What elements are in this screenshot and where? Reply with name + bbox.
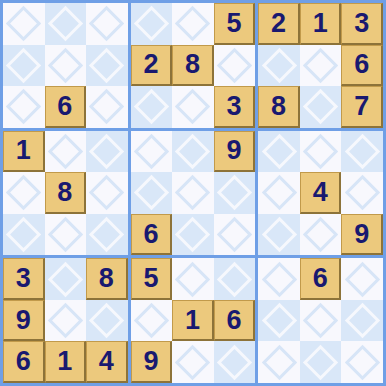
- diamond-decoration: [303, 89, 338, 124]
- cell-r6c3[interactable]: [86, 214, 128, 256]
- cell-r4c9[interactable]: [341, 131, 383, 173]
- given-digit: 8: [99, 265, 114, 292]
- cell-r4c4[interactable]: [131, 131, 173, 173]
- cell-r3c5[interactable]: [172, 86, 214, 128]
- cell-r8c4[interactable]: [131, 300, 173, 342]
- cell-r8c9[interactable]: [341, 300, 383, 342]
- cell-r4c1: 1: [3, 131, 45, 173]
- cell-r7c6[interactable]: [214, 258, 256, 300]
- given-digit: 4: [313, 179, 328, 206]
- diamond-decoration: [89, 134, 124, 169]
- cell-r2c5: 8: [172, 45, 214, 87]
- given-digit: 5: [143, 265, 158, 292]
- cell-r8c2[interactable]: [45, 300, 87, 342]
- given-digit: 1: [313, 10, 328, 37]
- given-digit: 6: [313, 265, 328, 292]
- box-r3c1: 389614: [3, 258, 128, 383]
- cell-r8c1: 9: [3, 300, 45, 342]
- diamond-decoration: [89, 48, 124, 83]
- given-digit: 9: [354, 221, 369, 248]
- diamond-decoration: [134, 303, 169, 338]
- box-r2c3: 49: [258, 131, 383, 256]
- cell-r2c7[interactable]: [258, 45, 300, 87]
- diamond-decoration: [303, 217, 338, 252]
- diamond-decoration: [345, 261, 380, 296]
- cell-r7c5[interactable]: [172, 258, 214, 300]
- cell-r5c3[interactable]: [86, 172, 128, 214]
- diamond-decoration: [175, 261, 210, 296]
- diamond-decoration: [261, 175, 296, 210]
- cell-r5c5[interactable]: [172, 172, 214, 214]
- cell-r3c9: 7: [341, 86, 383, 128]
- diamond-decoration: [261, 48, 296, 83]
- cell-r6c6[interactable]: [214, 214, 256, 256]
- cell-r7c4: 5: [131, 258, 173, 300]
- diamond-decoration: [6, 175, 41, 210]
- diamond-decoration: [345, 175, 380, 210]
- cell-r8c3[interactable]: [86, 300, 128, 342]
- cell-r4c7[interactable]: [258, 131, 300, 173]
- cell-r2c6[interactable]: [214, 45, 256, 87]
- box-r3c3: 6: [258, 258, 383, 383]
- diamond-decoration: [217, 48, 252, 83]
- cell-r5c6[interactable]: [214, 172, 256, 214]
- cell-r2c3[interactable]: [86, 45, 128, 87]
- cell-r5c1[interactable]: [3, 172, 45, 214]
- given-digit: 6: [143, 221, 158, 248]
- box-r2c1: 18: [3, 131, 128, 256]
- diamond-decoration: [6, 6, 41, 41]
- diamond-decoration: [261, 217, 296, 252]
- diamond-decoration: [175, 89, 210, 124]
- cell-r7c7[interactable]: [258, 258, 300, 300]
- cell-r4c8[interactable]: [300, 131, 342, 173]
- diamond-decoration: [89, 303, 124, 338]
- diamond-decoration: [48, 261, 83, 296]
- cell-r4c3[interactable]: [86, 131, 128, 173]
- cell-r1c7: 2: [258, 3, 300, 45]
- diamond-decoration: [217, 217, 252, 252]
- cell-r9c7[interactable]: [258, 341, 300, 383]
- cell-r2c8[interactable]: [300, 45, 342, 87]
- diamond-decoration: [261, 134, 296, 169]
- cell-r4c2[interactable]: [45, 131, 87, 173]
- box-r1c3: 213687: [258, 3, 383, 128]
- cell-r6c8[interactable]: [300, 214, 342, 256]
- given-digit: 9: [16, 307, 31, 334]
- given-digit: 6: [227, 307, 242, 334]
- given-digit: 7: [354, 93, 369, 120]
- given-digit: 3: [354, 10, 369, 37]
- given-digit: 8: [271, 93, 286, 120]
- diamond-decoration: [6, 48, 41, 83]
- given-digit: 8: [57, 179, 72, 206]
- cell-r9c4: 9: [131, 341, 173, 383]
- cell-r9c8[interactable]: [300, 341, 342, 383]
- given-digit: 1: [57, 348, 72, 375]
- cell-r6c1[interactable]: [3, 214, 45, 256]
- cell-r7c3: 8: [86, 258, 128, 300]
- diamond-decoration: [48, 217, 83, 252]
- diamond-decoration: [134, 134, 169, 169]
- diamond-decoration: [134, 175, 169, 210]
- cell-r9c5[interactable]: [172, 341, 214, 383]
- cell-r5c4[interactable]: [131, 172, 173, 214]
- cell-r7c2[interactable]: [45, 258, 87, 300]
- cell-r2c1[interactable]: [3, 45, 45, 87]
- cell-r9c2: 1: [45, 341, 87, 383]
- cell-r4c5[interactable]: [172, 131, 214, 173]
- cell-r8c5: 1: [172, 300, 214, 342]
- diamond-decoration: [345, 345, 380, 380]
- diamond-decoration: [175, 6, 210, 41]
- diamond-decoration: [175, 345, 210, 380]
- cell-r6c9: 9: [341, 214, 383, 256]
- box-r1c1: 6: [3, 3, 128, 128]
- given-digit: 2: [143, 51, 158, 78]
- diamond-decoration: [6, 89, 41, 124]
- diamond-decoration: [303, 48, 338, 83]
- cell-r7c9[interactable]: [341, 258, 383, 300]
- cell-r9c3: 4: [86, 341, 128, 383]
- diamond-decoration: [48, 6, 83, 41]
- cell-r1c5[interactable]: [172, 3, 214, 45]
- diamond-decoration: [134, 89, 169, 124]
- cell-r1c3[interactable]: [86, 3, 128, 45]
- cell-r3c2: 6: [45, 86, 87, 128]
- diamond-decoration: [303, 134, 338, 169]
- diamond-decoration: [89, 217, 124, 252]
- cell-r2c2[interactable]: [45, 45, 87, 87]
- cell-r1c4[interactable]: [131, 3, 173, 45]
- diamond-decoration: [217, 345, 252, 380]
- cell-r3c4[interactable]: [131, 86, 173, 128]
- given-digit: 6: [16, 348, 31, 375]
- cell-r4c6: 9: [214, 131, 256, 173]
- given-digit: 2: [271, 10, 286, 37]
- cell-r1c9: 3: [341, 3, 383, 45]
- cell-r1c1[interactable]: [3, 3, 45, 45]
- given-digit: 9: [143, 348, 158, 375]
- cell-r3c8[interactable]: [300, 86, 342, 128]
- given-digit: 3: [16, 265, 31, 292]
- cell-r5c8: 4: [300, 172, 342, 214]
- diamond-decoration: [217, 261, 252, 296]
- cell-r3c1[interactable]: [3, 86, 45, 128]
- diamond-decoration: [303, 303, 338, 338]
- diamond-decoration: [48, 134, 83, 169]
- diamond-decoration: [134, 6, 169, 41]
- cell-r5c2: 8: [45, 172, 87, 214]
- diamond-decoration: [175, 217, 210, 252]
- cell-r6c5[interactable]: [172, 214, 214, 256]
- given-digit: 9: [227, 137, 242, 164]
- cell-r6c7[interactable]: [258, 214, 300, 256]
- diamond-decoration: [261, 261, 296, 296]
- cell-r9c1: 6: [3, 341, 45, 383]
- given-digit: 5: [227, 10, 242, 37]
- diamond-decoration: [6, 217, 41, 252]
- cell-r3c3[interactable]: [86, 86, 128, 128]
- given-digit: 1: [16, 137, 31, 164]
- diamond-decoration: [89, 89, 124, 124]
- cell-r7c1: 3: [3, 258, 45, 300]
- given-digit: 1: [185, 307, 200, 334]
- diamond-decoration: [345, 303, 380, 338]
- box-r1c2: 5283: [131, 3, 256, 128]
- cell-r3c7: 8: [258, 86, 300, 128]
- given-digit: 3: [227, 93, 242, 120]
- diamond-decoration: [303, 345, 338, 380]
- box-r2c2: 96: [131, 131, 256, 256]
- given-digit: 6: [354, 51, 369, 78]
- diamond-decoration: [175, 175, 210, 210]
- diamond-decoration: [175, 134, 210, 169]
- diamond-decoration: [345, 134, 380, 169]
- diamond-decoration: [89, 175, 124, 210]
- cell-r5c7[interactable]: [258, 172, 300, 214]
- cell-r6c2[interactable]: [45, 214, 87, 256]
- diamond-decoration: [89, 6, 124, 41]
- cell-r2c4: 2: [131, 45, 173, 87]
- given-digit: 4: [99, 348, 114, 375]
- diamond-decoration: [217, 175, 252, 210]
- cell-r1c6: 5: [214, 3, 256, 45]
- sudoku-board: 6528321368718964938961451696: [0, 0, 386, 386]
- cell-r9c9[interactable]: [341, 341, 383, 383]
- given-digit: 8: [185, 51, 200, 78]
- cell-r9c6[interactable]: [214, 341, 256, 383]
- cell-r6c4: 6: [131, 214, 173, 256]
- cell-r7c8: 6: [300, 258, 342, 300]
- cell-r8c8[interactable]: [300, 300, 342, 342]
- diamond-decoration: [48, 48, 83, 83]
- cell-r1c8: 1: [300, 3, 342, 45]
- cell-r8c6: 6: [214, 300, 256, 342]
- diamond-decoration: [48, 303, 83, 338]
- diamond-decoration: [261, 303, 296, 338]
- cell-r8c7[interactable]: [258, 300, 300, 342]
- cell-r3c6: 3: [214, 86, 256, 128]
- cell-r5c9[interactable]: [341, 172, 383, 214]
- cell-r1c2[interactable]: [45, 3, 87, 45]
- diamond-decoration: [261, 345, 296, 380]
- given-digit: 6: [57, 93, 72, 120]
- cell-r2c9: 6: [341, 45, 383, 87]
- box-r3c2: 5169: [131, 258, 256, 383]
